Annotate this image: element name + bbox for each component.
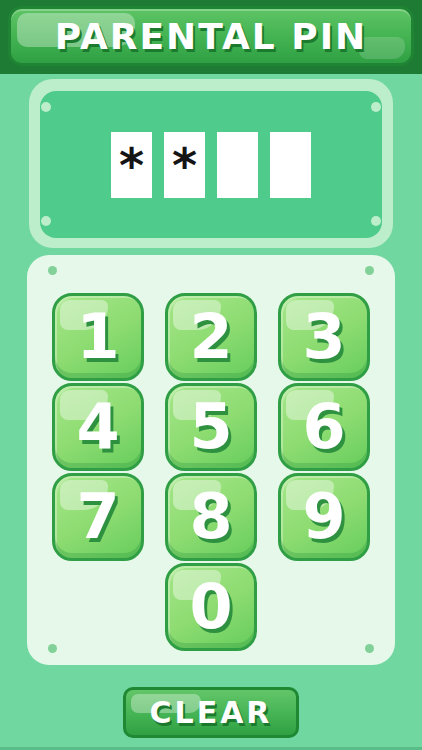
keypad-panel: 1 2 3 4 5 6 7 8 9 0 <box>27 255 395 665</box>
keypad-button-label: 6 <box>302 396 345 458</box>
keypad-button-1[interactable]: 1 <box>52 293 144 381</box>
clear-button[interactable]: CLEAR <box>123 687 299 738</box>
keypad-button-3[interactable]: 3 <box>278 293 370 381</box>
keypad-button-label: 2 <box>189 306 232 368</box>
keypad-button-label: 7 <box>76 486 119 548</box>
pin-slot-value: * <box>119 141 144 189</box>
keypad-button-4[interactable]: 4 <box>52 383 144 471</box>
title-banner: PARENTAL PIN <box>8 6 414 66</box>
keypad-button-label: 1 <box>76 306 119 368</box>
pin-display-panel: * * <box>29 79 393 248</box>
clear-button-label: CLEAR <box>150 695 273 730</box>
keypad-button-9[interactable]: 9 <box>278 473 370 561</box>
pin-slot-value: * <box>172 141 197 189</box>
corner-screw-dot <box>365 266 374 275</box>
header-band: PARENTAL PIN <box>0 0 422 74</box>
pin-slot-row: * * <box>40 91 382 238</box>
keypad-button-6[interactable]: 6 <box>278 383 370 471</box>
corner-screw-dot <box>41 102 51 112</box>
corner-screw-dot <box>371 216 381 226</box>
pin-slot-1: * <box>111 132 152 198</box>
keypad-button-0[interactable]: 0 <box>165 563 257 651</box>
keypad-button-5[interactable]: 5 <box>165 383 257 471</box>
corner-screw-dot <box>371 102 381 112</box>
keypad-button-label: 3 <box>302 306 345 368</box>
keypad-button-2[interactable]: 2 <box>165 293 257 381</box>
pin-slot-4 <box>270 132 311 198</box>
corner-screw-dot <box>48 266 57 275</box>
keypad-button-label: 9 <box>302 486 345 548</box>
keypad-button-8[interactable]: 8 <box>165 473 257 561</box>
keypad-button-label: 8 <box>189 486 232 548</box>
pin-slot-2: * <box>164 132 205 198</box>
keypad-grid: 1 2 3 4 5 6 7 8 9 0 <box>52 293 370 651</box>
keypad-button-7[interactable]: 7 <box>52 473 144 561</box>
keypad-button-label: 0 <box>189 576 232 638</box>
page-title: PARENTAL PIN <box>55 16 367 57</box>
pin-slot-3 <box>217 132 258 198</box>
corner-screw-dot <box>41 216 51 226</box>
keypad-button-label: 4 <box>76 396 119 458</box>
keypad-button-label: 5 <box>189 396 232 458</box>
